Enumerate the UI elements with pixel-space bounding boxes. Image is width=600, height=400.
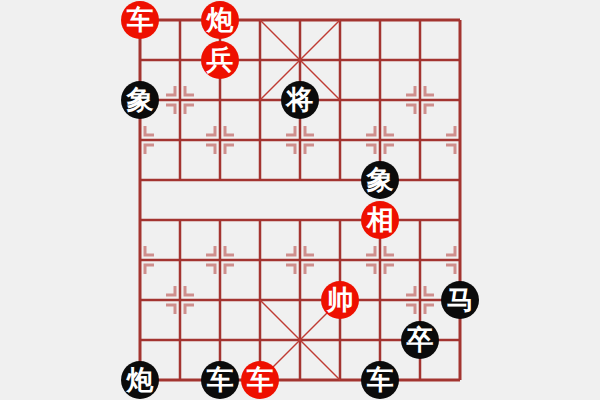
point-marker: [425, 286, 434, 295]
point-marker: [446, 265, 455, 274]
point-marker: [206, 126, 215, 135]
point-marker: [366, 145, 375, 154]
point-marker: [145, 126, 154, 135]
point-marker: [385, 145, 394, 154]
point-marker: [206, 246, 215, 255]
piece-red-chariot[interactable]: 车: [121, 1, 159, 39]
point-marker: [385, 126, 394, 135]
point-marker: [145, 246, 154, 255]
xiangqi-board: 车炮兵象将象相帅马卒炮车车车: [0, 0, 600, 400]
piece-black-general[interactable]: 将: [281, 81, 319, 119]
point-marker: [225, 126, 234, 135]
point-marker: [166, 286, 175, 295]
piece-black-chariot[interactable]: 车: [361, 361, 399, 399]
point-marker: [446, 126, 455, 135]
point-marker: [305, 126, 314, 135]
point-marker: [406, 286, 415, 295]
point-marker: [225, 246, 234, 255]
piece-red-cannon[interactable]: 炮: [201, 1, 239, 39]
point-marker: [166, 105, 175, 114]
point-marker: [286, 126, 295, 135]
point-marker: [286, 145, 295, 154]
point-marker: [206, 265, 215, 274]
point-marker: [385, 265, 394, 274]
point-marker: [166, 86, 175, 95]
piece-black-horse[interactable]: 马: [441, 281, 479, 319]
point-marker: [406, 86, 415, 95]
point-marker: [286, 265, 295, 274]
point-marker: [185, 86, 194, 95]
piece-red-elephant[interactable]: 相: [361, 201, 399, 239]
point-marker: [385, 246, 394, 255]
point-marker: [446, 246, 455, 255]
board-grid: [0, 0, 600, 400]
point-marker: [305, 145, 314, 154]
point-marker: [305, 246, 314, 255]
point-marker: [206, 145, 215, 154]
piece-black-elephant[interactable]: 象: [121, 81, 159, 119]
piece-red-general[interactable]: 帅: [321, 281, 359, 319]
point-marker: [145, 265, 154, 274]
point-marker: [185, 105, 194, 114]
piece-black-soldier[interactable]: 卒: [401, 321, 439, 359]
point-marker: [166, 305, 175, 314]
point-marker: [366, 265, 375, 274]
piece-black-chariot[interactable]: 车: [201, 361, 239, 399]
point-marker: [305, 265, 314, 274]
piece-red-chariot[interactable]: 车: [241, 361, 279, 399]
point-marker: [406, 305, 415, 314]
point-marker: [425, 105, 434, 114]
piece-red-soldier[interactable]: 兵: [201, 41, 239, 79]
point-marker: [446, 145, 455, 154]
point-marker: [425, 305, 434, 314]
point-marker: [225, 145, 234, 154]
piece-black-cannon[interactable]: 炮: [121, 361, 159, 399]
point-marker: [286, 246, 295, 255]
point-marker: [145, 145, 154, 154]
point-marker: [366, 246, 375, 255]
point-marker: [185, 305, 194, 314]
point-marker: [225, 265, 234, 274]
piece-black-elephant[interactable]: 象: [361, 161, 399, 199]
point-marker: [185, 286, 194, 295]
point-marker: [366, 126, 375, 135]
point-marker: [425, 86, 434, 95]
point-marker: [406, 105, 415, 114]
